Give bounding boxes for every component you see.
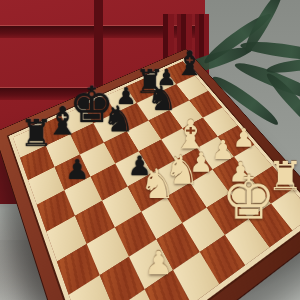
board-grid: ♜♝♚♟♜♟♝♞♞♟♟♝♞♞♟♟♟♟♟♚♜: [8, 58, 300, 300]
square-c2: ♟: [129, 239, 173, 289]
black-pawn: ♟: [63, 157, 91, 183]
board-perspective-wrapper: ♜♝♚♟♜♟♝♞♞♟♟♝♞♞♟♟♟♟♟♚♜: [0, 0, 300, 300]
chess-board: ♜♝♚♟♜♟♝♞♞♟♟♝♞♞♟♟♟♟♟♚♜: [0, 49, 300, 300]
scene: ♜♝♚♟♜♟♝♞♞♟♟♝♞♞♟♟♟♟♟♚♜: [0, 0, 300, 300]
black-bishop: ♝: [174, 47, 196, 79]
